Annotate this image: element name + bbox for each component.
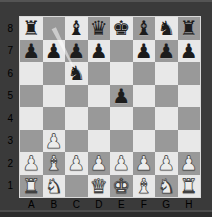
piece-black-queen[interactable]: ♛ — [90, 18, 108, 38]
square-b7[interactable]: ♟ — [43, 40, 66, 63]
square-b4[interactable] — [43, 107, 66, 130]
square-e8[interactable]: ♚ — [110, 17, 133, 40]
square-f7[interactable]: ♟ — [133, 40, 156, 63]
square-c4[interactable] — [65, 107, 88, 130]
square-h2[interactable]: ♟ — [178, 152, 201, 175]
square-c7[interactable]: ♟ — [65, 40, 88, 63]
square-d8[interactable]: ♛ — [88, 17, 111, 40]
square-b8[interactable] — [43, 17, 66, 40]
square-e2[interactable]: ♟ — [110, 152, 133, 175]
square-h7[interactable]: ♟ — [178, 40, 201, 63]
piece-black-pawn[interactable]: ♟ — [112, 86, 130, 106]
square-a6[interactable] — [20, 62, 43, 85]
square-b6[interactable] — [43, 62, 66, 85]
piece-white-pawn[interactable]: ♟ — [45, 131, 63, 151]
piece-white-bishop[interactable]: ♝ — [45, 153, 63, 173]
square-c8[interactable]: ♝ — [65, 17, 88, 40]
piece-white-pawn[interactable]: ♟ — [90, 153, 108, 173]
piece-white-knight[interactable]: ♞ — [157, 176, 175, 196]
piece-white-pawn[interactable]: ♟ — [67, 153, 85, 173]
rank-label-5: 5 — [0, 85, 18, 108]
piece-white-king[interactable]: ♚ — [112, 176, 130, 196]
square-h5[interactable] — [178, 85, 201, 108]
piece-white-pawn[interactable]: ♟ — [135, 153, 153, 173]
square-c2[interactable]: ♟ — [65, 152, 88, 175]
square-h1[interactable]: ♜ — [178, 175, 201, 198]
piece-black-bishop[interactable]: ♝ — [67, 18, 85, 38]
square-d2[interactable]: ♟ — [88, 152, 111, 175]
rank-label-8: 8 — [0, 17, 18, 40]
square-f1[interactable]: ♝ — [133, 175, 156, 198]
square-f5[interactable] — [133, 85, 156, 108]
rank-label-4: 4 — [0, 107, 18, 130]
square-e5[interactable]: ♟ — [110, 85, 133, 108]
square-d3[interactable] — [88, 130, 111, 153]
square-a8[interactable]: ♜ — [20, 17, 43, 40]
piece-white-pawn[interactable]: ♟ — [112, 153, 130, 173]
piece-white-bishop[interactable]: ♝ — [135, 176, 153, 196]
square-c6[interactable]: ♞ — [65, 62, 88, 85]
window-top-edge — [0, 0, 212, 2]
piece-white-rook[interactable]: ♜ — [180, 176, 198, 196]
square-f4[interactable] — [133, 107, 156, 130]
rank-label-3: 3 — [0, 130, 18, 153]
piece-white-pawn[interactable]: ♟ — [22, 153, 40, 173]
piece-black-pawn[interactable]: ♟ — [180, 41, 198, 61]
rank-label-7: 7 — [0, 40, 18, 63]
square-g2[interactable]: ♟ — [155, 152, 178, 175]
piece-white-pawn[interactable]: ♟ — [157, 153, 175, 173]
square-f8[interactable]: ♝ — [133, 17, 156, 40]
square-d1[interactable]: ♛ — [88, 175, 111, 198]
piece-black-bishop[interactable]: ♝ — [135, 18, 153, 38]
rank-labels: 87654321 — [0, 17, 18, 197]
square-h3[interactable] — [178, 130, 201, 153]
piece-black-pawn[interactable]: ♟ — [157, 41, 175, 61]
square-e7[interactable] — [110, 40, 133, 63]
square-a4[interactable] — [20, 107, 43, 130]
chess-board: ♜♝♛♚♝♞♜♟♟♟♟♟♟♟♞♟♟♟♝♟♟♟♟♟♟♜♞♛♚♝♞♜ — [19, 16, 201, 198]
square-a5[interactable] — [20, 85, 43, 108]
square-g4[interactable] — [155, 107, 178, 130]
piece-black-pawn[interactable]: ♟ — [90, 41, 108, 61]
square-h8[interactable]: ♜ — [178, 17, 201, 40]
piece-white-pawn[interactable]: ♟ — [180, 153, 198, 173]
square-a7[interactable]: ♟ — [20, 40, 43, 63]
square-e1[interactable]: ♚ — [110, 175, 133, 198]
square-d7[interactable]: ♟ — [88, 40, 111, 63]
square-d6[interactable] — [88, 62, 111, 85]
piece-black-pawn[interactable]: ♟ — [67, 41, 85, 61]
piece-white-knight[interactable]: ♞ — [45, 176, 63, 196]
piece-black-pawn[interactable]: ♟ — [22, 41, 40, 61]
square-a1[interactable]: ♜ — [20, 175, 43, 198]
square-f3[interactable] — [133, 130, 156, 153]
piece-black-knight[interactable]: ♞ — [157, 18, 175, 38]
square-f2[interactable]: ♟ — [133, 152, 156, 175]
square-a2[interactable]: ♟ — [20, 152, 43, 175]
square-g3[interactable] — [155, 130, 178, 153]
rank-label-2: 2 — [0, 152, 18, 175]
piece-black-pawn[interactable]: ♟ — [45, 41, 63, 61]
square-e6[interactable] — [110, 62, 133, 85]
square-a3[interactable] — [20, 130, 43, 153]
square-c3[interactable] — [65, 130, 88, 153]
square-b5[interactable] — [43, 85, 66, 108]
piece-white-queen[interactable]: ♛ — [90, 176, 108, 196]
piece-black-rook[interactable]: ♜ — [180, 18, 198, 38]
square-c5[interactable] — [65, 85, 88, 108]
square-b2[interactable]: ♝ — [43, 152, 66, 175]
square-d5[interactable] — [88, 85, 111, 108]
piece-black-rook[interactable]: ♜ — [22, 18, 40, 38]
piece-white-rook[interactable]: ♜ — [22, 176, 40, 196]
rank-label-1: 1 — [0, 175, 18, 198]
square-b3[interactable]: ♟ — [43, 130, 66, 153]
square-f6[interactable] — [133, 62, 156, 85]
rank-label-6: 6 — [0, 62, 18, 85]
piece-black-pawn[interactable]: ♟ — [135, 41, 153, 61]
window-bottom-strip — [0, 212, 212, 217]
square-h6[interactable] — [178, 62, 201, 85]
square-g1[interactable]: ♞ — [155, 175, 178, 198]
piece-black-king[interactable]: ♚ — [112, 18, 130, 38]
square-e3[interactable] — [110, 130, 133, 153]
square-e4[interactable] — [110, 107, 133, 130]
square-c1[interactable] — [65, 175, 88, 198]
piece-black-knight[interactable]: ♞ — [67, 63, 85, 83]
square-b1[interactable]: ♞ — [43, 175, 66, 198]
square-h4[interactable] — [178, 107, 201, 130]
square-g8[interactable]: ♞ — [155, 17, 178, 40]
square-g7[interactable]: ♟ — [155, 40, 178, 63]
square-g6[interactable] — [155, 62, 178, 85]
square-g5[interactable] — [155, 85, 178, 108]
square-d4[interactable] — [88, 107, 111, 130]
